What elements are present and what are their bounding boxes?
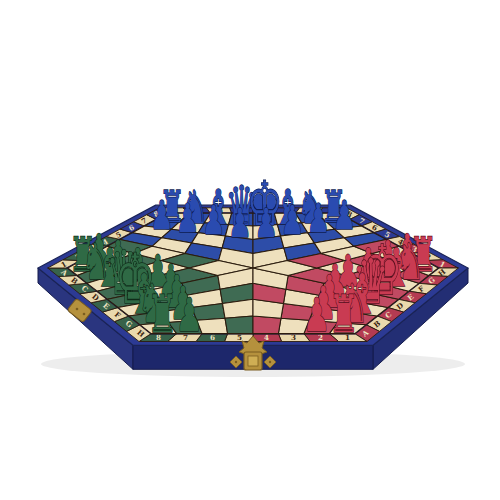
green-pawn: ♟ xyxy=(175,289,202,342)
front-latch xyxy=(269,361,271,363)
left-hinge xyxy=(83,313,86,316)
blue-pawn: ♟ xyxy=(202,196,226,243)
red-cell xyxy=(253,316,281,334)
blue-pawn: ♟ xyxy=(281,196,305,243)
blue-pawn: ♟ xyxy=(176,195,200,241)
green-cell xyxy=(225,316,253,334)
blue-pawn: ♟ xyxy=(332,192,356,238)
blue-pawn: ♟ xyxy=(228,199,252,246)
product-photo: ABCDEFGH87654321HGFEDCBA12345678HGFEDCBA… xyxy=(0,0,500,500)
green-rook: ♜ xyxy=(147,285,177,344)
blue-pawn: ♟ xyxy=(307,195,331,241)
left-hinge xyxy=(76,308,79,311)
front-latch xyxy=(248,356,258,366)
blue-pawn: ♟ xyxy=(150,192,174,238)
three-player-chess-board: ABCDEFGH87654321HGFEDCBA12345678HGFEDCBA… xyxy=(0,0,500,500)
red-rook: ♜ xyxy=(328,285,358,344)
blue-pawn: ♟ xyxy=(254,199,278,246)
red-pawn: ♟ xyxy=(303,289,330,342)
front-latch xyxy=(235,361,237,363)
